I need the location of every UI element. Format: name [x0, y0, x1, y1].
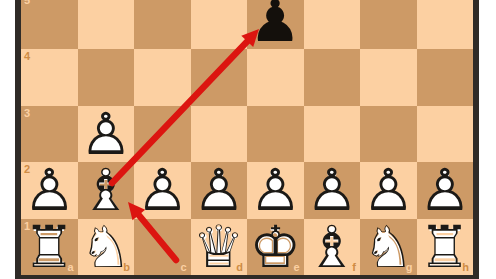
piece-glyph-outline: ♙: [193, 161, 245, 219]
white-pawn-d2[interactable]: ♟♙: [191, 162, 248, 219]
square-a3[interactable]: 3: [21, 106, 78, 163]
square-a5[interactable]: 5: [21, 0, 78, 49]
square-b5[interactable]: [78, 0, 135, 49]
square-h2[interactable]: ♟♙: [417, 162, 474, 219]
square-e4[interactable]: [247, 49, 304, 106]
piece-glyph-outline: ♙: [80, 105, 132, 163]
square-f1[interactable]: f♝♗: [304, 219, 361, 276]
square-b3[interactable]: ♟♙: [78, 106, 135, 163]
square-e1[interactable]: e♚♔: [247, 219, 304, 276]
white-pawn-e2[interactable]: ♟♙: [247, 162, 304, 219]
square-c2[interactable]: ♟♙: [134, 162, 191, 219]
piece-glyph-outline: ♙: [249, 161, 301, 219]
square-d4[interactable]: [191, 49, 248, 106]
black-pawn-e5[interactable]: ♟: [247, 0, 304, 49]
piece-glyph-outline: ♙: [306, 161, 358, 219]
white-pawn-f2[interactable]: ♟♙: [304, 162, 361, 219]
square-g3[interactable]: [360, 106, 417, 163]
piece-glyph-outline: ♕: [193, 218, 245, 276]
square-a4[interactable]: 4: [21, 49, 78, 106]
square-f4[interactable]: [304, 49, 361, 106]
square-g4[interactable]: [360, 49, 417, 106]
square-h4[interactable]: [417, 49, 474, 106]
piece-glyph-outline: ♗: [80, 161, 132, 219]
square-h1[interactable]: h♜♖: [417, 219, 474, 276]
square-g2[interactable]: ♟♙: [360, 162, 417, 219]
white-rook-a1[interactable]: ♜♖: [21, 219, 78, 276]
white-pawn-a2[interactable]: ♟♙: [21, 162, 78, 219]
square-h5[interactable]: [417, 0, 474, 49]
piece-glyph-fill: ♟: [249, 0, 301, 50]
chess-board-squares: 5♟43♟♙2♟♙♝♗♟♙♟♙♟♙♟♙♟♙♟♙1a♜♖b♞♘cd♛♕e♚♔f♝♗…: [21, 0, 473, 275]
white-bishop-b2[interactable]: ♝♗: [78, 162, 135, 219]
white-bishop-f1[interactable]: ♝♗: [304, 219, 361, 276]
square-d5[interactable]: [191, 0, 248, 49]
piece-glyph-outline: ♖: [23, 218, 75, 276]
rank-label-5: 5: [24, 0, 30, 6]
square-b1[interactable]: b♞♘: [78, 219, 135, 276]
square-a1[interactable]: 1a♜♖: [21, 219, 78, 276]
chess-board-diagram: 5♟43♟♙2♟♙♝♗♟♙♟♙♟♙♟♙♟♙♟♙1a♜♖b♞♘cd♛♕e♚♔f♝♗…: [0, 0, 496, 279]
piece-glyph-outline: ♘: [80, 218, 132, 276]
square-g5[interactable]: [360, 0, 417, 49]
square-c5[interactable]: [134, 0, 191, 49]
file-label-c: c: [180, 262, 186, 273]
piece-glyph-outline: ♙: [136, 161, 188, 219]
square-a2[interactable]: 2♟♙: [21, 162, 78, 219]
piece-glyph-outline: ♙: [23, 161, 75, 219]
rank-label-4: 4: [24, 51, 30, 62]
rank-label-3: 3: [24, 108, 30, 119]
white-knight-g1[interactable]: ♞♘: [360, 219, 417, 276]
chess-board: 5♟43♟♙2♟♙♝♗♟♙♟♙♟♙♟♙♟♙♟♙1a♜♖b♞♘cd♛♕e♚♔f♝♗…: [15, 0, 479, 279]
piece-glyph-outline: ♙: [419, 161, 471, 219]
white-pawn-b3[interactable]: ♟♙: [78, 106, 135, 163]
square-g1[interactable]: g♞♘: [360, 219, 417, 276]
square-b2[interactable]: ♝♗: [78, 162, 135, 219]
white-rook-h1[interactable]: ♜♖: [417, 219, 474, 276]
square-f5[interactable]: [304, 0, 361, 49]
white-queen-d1[interactable]: ♛♕: [191, 219, 248, 276]
white-king-e1[interactable]: ♚♔: [247, 219, 304, 276]
square-d1[interactable]: d♛♕: [191, 219, 248, 276]
piece-glyph-outline: ♖: [419, 218, 471, 276]
piece-glyph-outline: ♗: [306, 218, 358, 276]
white-pawn-g2[interactable]: ♟♙: [360, 162, 417, 219]
square-c4[interactable]: [134, 49, 191, 106]
white-pawn-h2[interactable]: ♟♙: [417, 162, 474, 219]
square-e5[interactable]: ♟: [247, 0, 304, 49]
square-c1[interactable]: c: [134, 219, 191, 276]
piece-glyph-outline: ♘: [362, 218, 414, 276]
square-e2[interactable]: ♟♙: [247, 162, 304, 219]
square-e3[interactable]: [247, 106, 304, 163]
piece-glyph-outline: ♔: [249, 218, 301, 276]
square-f3[interactable]: [304, 106, 361, 163]
square-d3[interactable]: [191, 106, 248, 163]
square-d2[interactable]: ♟♙: [191, 162, 248, 219]
square-b4[interactable]: [78, 49, 135, 106]
square-h3[interactable]: [417, 106, 474, 163]
square-f2[interactable]: ♟♙: [304, 162, 361, 219]
square-c3[interactable]: [134, 106, 191, 163]
piece-glyph-outline: ♙: [362, 161, 414, 219]
white-pawn-c2[interactable]: ♟♙: [134, 162, 191, 219]
white-knight-b1[interactable]: ♞♘: [78, 219, 135, 276]
